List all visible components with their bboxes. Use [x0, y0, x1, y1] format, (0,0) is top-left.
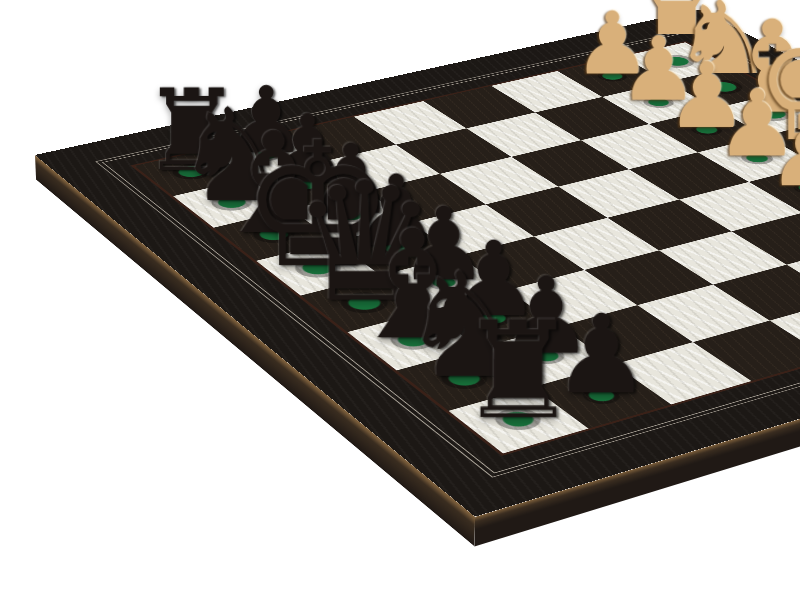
rook-glyph: ♜ — [458, 303, 579, 438]
perspective-scene: ♜♞♝♛♚♝♞♜♟♟♟♟♟♟♟♟♟♟♟♟♟♟♟♟♜♞♝♛♚♝♞♜ — [0, 0, 800, 600]
chess-board[interactable]: ♜♞♝♛♚♝♞♜♟♟♟♟♟♟♟♟♟♟♟♟♟♟♟♟♜♞♝♛♚♝♞♜ — [35, 10, 800, 517]
pawn-glyph: ♟ — [767, 106, 800, 200]
chess-set-photo: ♜♞♝♛♚♝♞♜♟♟♟♟♟♟♟♟♟♟♟♟♟♟♟♟♜♞♝♛♚♝♞♜ — [0, 0, 800, 600]
